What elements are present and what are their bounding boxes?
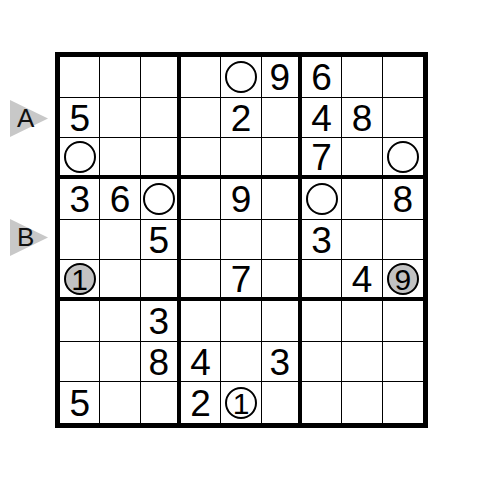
cell-r2c7[interactable]: 4 [302,98,342,139]
cell-r3c7[interactable]: 7 [302,138,342,179]
cell-r2c3[interactable] [141,98,181,139]
given-digit: 9 [231,181,252,218]
given-digit: 5 [149,222,170,259]
cell-r3c2[interactable] [100,138,140,179]
cell-r2c9[interactable] [383,98,423,139]
sudoku-board: 965248736985317493843521 [55,52,428,428]
cell-r2c1[interactable]: 5 [60,98,100,139]
row-marker-b: B [10,219,48,256]
cell-r7c7[interactable] [302,301,342,342]
row-marker-a-label: A [17,105,34,131]
given-digit: 2 [190,385,211,422]
cell-r8c8[interactable] [342,342,382,383]
cell-r8c6[interactable]: 3 [262,342,302,383]
given-digit: 3 [69,181,90,218]
circle-mark [143,183,175,215]
circle-mark [225,61,257,93]
cell-r1c6[interactable]: 9 [262,57,302,98]
given-circled-digit-mark: 1 [64,263,96,295]
cell-r1c5[interactable] [221,57,261,98]
cell-r1c8[interactable] [342,57,382,98]
cell-r6c5[interactable]: 7 [221,260,261,301]
cell-r4c4[interactable] [181,179,221,220]
given-digit: 7 [231,261,252,298]
given-digit: 1 [233,389,250,419]
cell-r6c8[interactable]: 4 [342,260,382,301]
cell-r9c8[interactable] [342,382,382,423]
cell-r3c4[interactable] [181,138,221,179]
cell-r5c1[interactable] [60,220,100,261]
cell-r8c2[interactable] [100,342,140,383]
cell-r1c2[interactable] [100,57,140,98]
cell-r3c9[interactable] [383,138,423,179]
cell-r4c2[interactable]: 6 [100,179,140,220]
cell-r8c3[interactable]: 8 [141,342,181,383]
cell-r6c2[interactable] [100,260,140,301]
cell-r7c2[interactable] [100,301,140,342]
cell-r7c9[interactable] [383,301,423,342]
cell-r7c4[interactable] [181,301,221,342]
circle-mark [306,183,338,215]
row-marker-b-label: B [17,224,34,250]
given-digit: 6 [311,59,332,96]
cell-r5c9[interactable] [383,220,423,261]
cell-r7c5[interactable] [221,301,261,342]
given-digit: 5 [69,100,90,137]
cell-r1c7[interactable]: 6 [302,57,342,98]
cell-r6c1[interactable]: 1 [60,260,100,301]
cell-r3c6[interactable] [262,138,302,179]
cell-r7c8[interactable] [342,301,382,342]
circle-mark: 1 [225,387,257,419]
given-digit: 4 [311,100,332,137]
cell-r7c3[interactable]: 3 [141,301,181,342]
given-digit: 2 [231,100,252,137]
cell-r5c8[interactable] [342,220,382,261]
given-circled-digit-mark: 9 [387,263,419,295]
given-digit: 8 [393,181,414,218]
given-digit: 4 [352,261,373,298]
cell-r5c6[interactable] [262,220,302,261]
cell-r8c4[interactable]: 4 [181,342,221,383]
given-digit: 3 [149,303,170,340]
cell-r5c7[interactable]: 3 [302,220,342,261]
given-digit: 9 [394,265,411,295]
cell-r3c8[interactable] [342,138,382,179]
sudoku-page: A B 965248736985317493843521 [0,0,488,478]
cell-r9c3[interactable] [141,382,181,423]
cell-r1c3[interactable] [141,57,181,98]
cell-r2c2[interactable] [100,98,140,139]
cell-r4c3[interactable] [141,179,181,220]
given-digit: 4 [190,344,211,381]
cell-r4c8[interactable] [342,179,382,220]
given-digit: 3 [311,222,332,259]
cell-r4c6[interactable] [262,179,302,220]
cell-r3c5[interactable] [221,138,261,179]
cell-r9c9[interactable] [383,382,423,423]
cell-r1c4[interactable] [181,57,221,98]
row-marker-a: A [10,100,48,137]
cell-r7c6[interactable] [262,301,302,342]
given-digit: 1 [71,265,88,295]
cell-r6c7[interactable] [302,260,342,301]
cell-r4c9[interactable]: 8 [383,179,423,220]
cell-r9c2[interactable] [100,382,140,423]
cell-r9c4[interactable]: 2 [181,382,221,423]
cell-r8c7[interactable] [302,342,342,383]
cell-r2c8[interactable]: 8 [342,98,382,139]
cell-r8c1[interactable] [60,342,100,383]
given-digit: 9 [270,59,291,96]
cell-r5c4[interactable] [181,220,221,261]
circle-mark [387,141,419,173]
cell-r6c9[interactable]: 9 [383,260,423,301]
cell-r8c5[interactable] [221,342,261,383]
cell-r2c6[interactable] [262,98,302,139]
cell-r5c3[interactable]: 5 [141,220,181,261]
cell-r8c9[interactable] [383,342,423,383]
cell-r6c4[interactable] [181,260,221,301]
cell-r3c3[interactable] [141,138,181,179]
cell-r9c6[interactable] [262,382,302,423]
cell-r9c5[interactable]: 1 [221,382,261,423]
cell-r1c9[interactable] [383,57,423,98]
cell-r1c1[interactable] [60,57,100,98]
cell-r6c6[interactable] [262,260,302,301]
given-digit: 7 [311,139,332,176]
cell-r5c2[interactable] [100,220,140,261]
cell-r2c4[interactable] [181,98,221,139]
given-digit: 6 [110,181,131,218]
cell-r9c1[interactable]: 5 [60,382,100,423]
cell-r7c1[interactable] [60,301,100,342]
cell-r4c1[interactable]: 3 [60,179,100,220]
given-digit: 8 [352,100,373,137]
cell-r4c7[interactable] [302,179,342,220]
cell-r6c3[interactable] [141,260,181,301]
cell-r5c5[interactable] [221,220,261,261]
given-digit: 5 [69,385,90,422]
given-digit: 3 [270,344,291,381]
cell-r2c5[interactable]: 2 [221,98,261,139]
circle-mark [64,141,96,173]
cell-r3c1[interactable] [60,138,100,179]
cell-r9c7[interactable] [302,382,342,423]
given-digit: 8 [149,344,170,381]
cell-r4c5[interactable]: 9 [221,179,261,220]
